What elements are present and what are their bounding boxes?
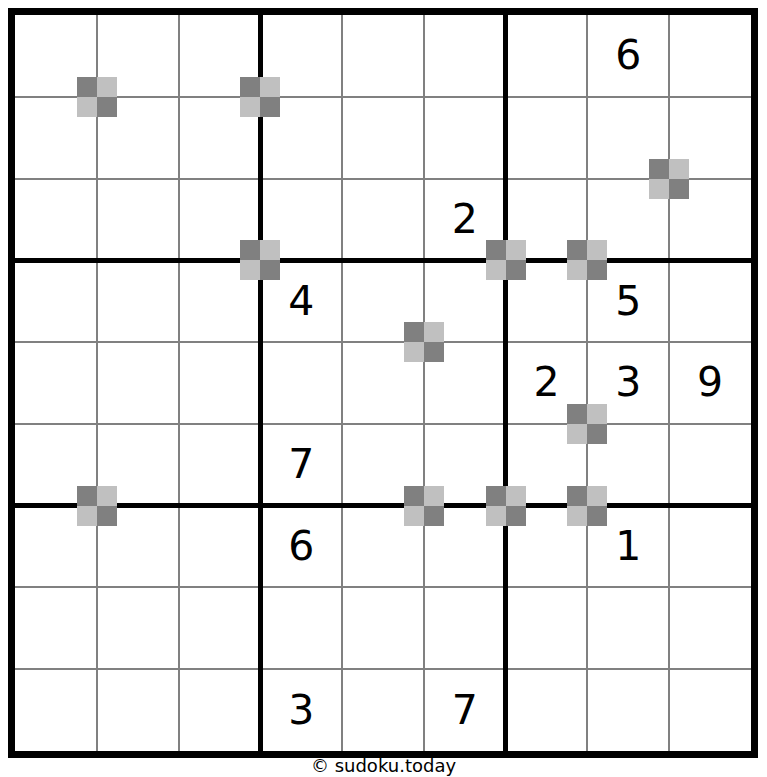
cell-r8c2[interactable] [97,587,179,669]
cell-r9c1[interactable] [15,669,97,751]
battenburg-marker-r2c8 [649,159,689,199]
battenburg-quadrant [506,486,526,506]
battenburg-quadrant [567,506,587,526]
grid-line-h2 [15,178,751,180]
battenburg-marker-r6c6 [486,486,526,526]
page: 624523976137 © sudoku.today [0,0,767,777]
cell-r9c3[interactable] [179,669,261,751]
battenburg-marker-r3c7 [567,240,607,280]
cell-r5c1[interactable] [15,342,97,424]
battenburg-quadrant [97,77,117,97]
battenburg-marker-r6c7 [567,486,607,526]
battenburg-marker-r3c3 [240,240,280,280]
grid-line-h8 [15,668,751,670]
battenburg-quadrant [587,506,607,526]
cell-r8c3[interactable] [179,587,261,669]
cell-r9c4: 3 [260,669,342,751]
cell-r6c9[interactable] [669,424,751,506]
cell-r3c5[interactable] [342,179,424,261]
battenburg-quadrant [587,240,607,260]
cell-r4c2[interactable] [97,260,179,342]
battenburg-quadrant [240,77,260,97]
battenburg-quadrant [424,506,444,526]
battenburg-marker-r1c1 [77,77,117,117]
battenburg-quadrant [486,260,506,280]
sudoku-board: 624523976137 [8,8,758,758]
grid-line-v4 [341,15,343,751]
cell-r9c5[interactable] [342,669,424,751]
battenburg-marker-r1c3 [240,77,280,117]
copyright-text: © sudoku.today [0,755,767,776]
battenburg-quadrant [567,424,587,444]
grid-line-v5 [423,15,425,751]
battenburg-quadrant [424,342,444,362]
cell-r1c7[interactable] [506,15,588,97]
battenburg-quadrant [404,486,424,506]
cell-r8c1[interactable] [15,587,97,669]
cell-r9c8[interactable] [587,669,669,751]
grid-line-v7 [586,15,588,751]
battenburg-quadrant [240,260,260,280]
cell-r4c9[interactable] [669,260,751,342]
battenburg-quadrant [486,486,506,506]
cell-r7c9[interactable] [669,506,751,588]
grid-line-v1 [96,15,98,751]
battenburg-quadrant [669,159,689,179]
cell-r5c2[interactable] [97,342,179,424]
cell-r4c1[interactable] [15,260,97,342]
battenburg-quadrant [587,424,607,444]
grid-line-h4 [15,341,751,343]
grid-line-h5 [15,423,751,425]
battenburg-quadrant [567,404,587,424]
battenburg-quadrant [97,506,117,526]
battenburg-quadrant [567,486,587,506]
battenburg-quadrant [97,97,117,117]
cell-r1c5[interactable] [342,15,424,97]
box-line-h3 [15,258,751,263]
cell-r8c7[interactable] [506,587,588,669]
battenburg-quadrant [587,260,607,280]
battenburg-quadrant [260,77,280,97]
battenburg-quadrant [77,77,97,97]
cell-r6c4: 7 [260,424,342,506]
cell-r1c9[interactable] [669,15,751,97]
cell-r8c8[interactable] [587,587,669,669]
battenburg-quadrant [77,97,97,117]
battenburg-quadrant [587,486,607,506]
grid-line-v8 [668,15,670,751]
cell-r9c6: 7 [424,669,506,751]
battenburg-marker-r3c6 [486,240,526,280]
battenburg-quadrant [260,97,280,117]
battenburg-quadrant [587,404,607,424]
battenburg-quadrant [77,506,97,526]
cell-r9c2[interactable] [97,669,179,751]
grid-line-v2 [178,15,180,751]
battenburg-quadrant [240,97,260,117]
box-line-v3 [258,15,263,751]
cell-r2c5[interactable] [342,97,424,179]
cell-grid: 624523976137 [15,15,751,751]
battenburg-marker-r4c5 [404,322,444,362]
cell-r9c9[interactable] [669,669,751,751]
battenburg-quadrant [486,240,506,260]
battenburg-quadrant [424,322,444,342]
cell-r8c9[interactable] [669,587,751,669]
box-line-h6 [15,503,751,508]
battenburg-quadrant [260,240,280,260]
battenburg-quadrant [567,260,587,280]
cell-r7c3[interactable] [179,506,261,588]
battenburg-marker-r5c7 [567,404,607,444]
cell-r6c3[interactable] [179,424,261,506]
cell-r2c6[interactable] [424,97,506,179]
battenburg-quadrant [506,240,526,260]
battenburg-quadrant [404,342,424,362]
grid-line-h1 [15,96,751,98]
battenburg-quadrant [77,486,97,506]
cell-r7c4: 6 [260,506,342,588]
battenburg-quadrant [240,240,260,260]
battenburg-quadrant [97,486,117,506]
battenburg-quadrant [506,260,526,280]
battenburg-quadrant [649,179,669,199]
battenburg-quadrant [404,322,424,342]
cell-r8c5[interactable] [342,587,424,669]
cell-r2c7[interactable] [506,97,588,179]
battenburg-marker-r6c1 [77,486,117,526]
battenburg-quadrant [404,506,424,526]
battenburg-quadrant [506,506,526,526]
cell-r1c8: 6 [587,15,669,97]
battenburg-quadrant [669,179,689,199]
cell-r8c6[interactable] [424,587,506,669]
cell-r3c1[interactable] [15,179,97,261]
cell-r5c9: 9 [669,342,751,424]
battenburg-quadrant [567,240,587,260]
battenburg-quadrant [649,159,669,179]
battenburg-marker-r6c5 [404,486,444,526]
cell-r5c4[interactable] [260,342,342,424]
cell-r8c4[interactable] [260,587,342,669]
box-line-v6 [503,15,508,751]
battenburg-quadrant [486,506,506,526]
cell-r3c2[interactable] [97,179,179,261]
battenburg-quadrant [260,260,280,280]
cell-r5c3[interactable] [179,342,261,424]
cell-r9c7[interactable] [506,669,588,751]
grid-line-h7 [15,586,751,588]
cell-r1c6[interactable] [424,15,506,97]
battenburg-quadrant [424,486,444,506]
